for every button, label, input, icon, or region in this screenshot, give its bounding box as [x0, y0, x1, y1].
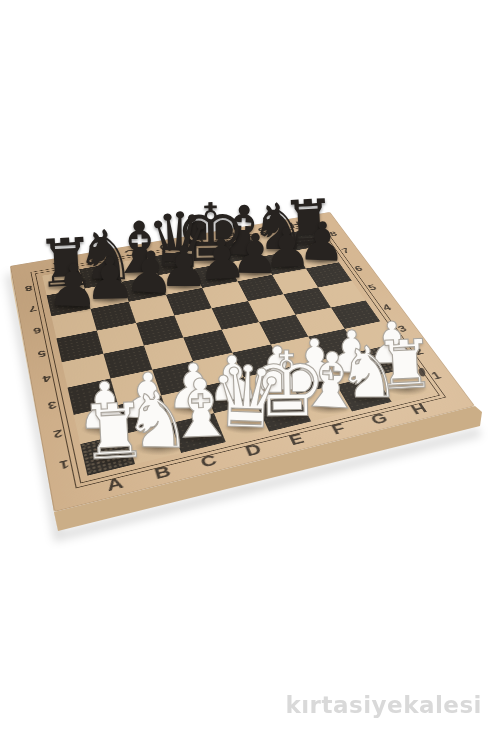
rank-label-left-7: 7: [28, 304, 37, 313]
rank-label-right-6: 6: [353, 265, 364, 273]
rank-label-right-7: 7: [341, 247, 352, 254]
rank-label-left-2: 2: [52, 427, 63, 439]
file-label-top-b: B: [88, 254, 103, 264]
file-label-bottom-a: A: [105, 474, 125, 493]
file-label-top-g: G: [256, 225, 272, 234]
watermark-text: kırtasiyekalesi: [285, 692, 482, 718]
file-label-top-f: F: [225, 231, 239, 240]
file-label-bottom-c: C: [198, 451, 219, 469]
file-label-top-e: E: [191, 237, 205, 247]
file-label-bottom-e: E: [286, 430, 306, 447]
file-label-bottom-b: B: [152, 462, 173, 481]
rank-label-right-3: 3: [396, 325, 408, 334]
file-label-bottom-d: D: [243, 440, 264, 458]
rank-label-left-8: 8: [24, 284, 33, 292]
rank-label-left-1: 1: [58, 458, 70, 471]
rank-label-right-5: 5: [367, 284, 378, 292]
file-label-bottom-f: F: [329, 420, 348, 436]
frame-smudge-mark: [418, 368, 426, 377]
rank-label-right-4: 4: [381, 304, 393, 313]
file-label-top-a: A: [52, 260, 67, 271]
rank-label-left-6: 6: [32, 326, 41, 335]
product-photo: AABBCCDDEEFFGGHH8877665544332211 ♜♞♝♛♚♝♞…: [0, 0, 490, 735]
rank-label-right-1: 1: [430, 371, 443, 381]
rank-label-left-4: 4: [42, 373, 52, 384]
file-label-bottom-g: G: [368, 410, 391, 426]
file-label-top-h: H: [287, 220, 302, 229]
file-label-top-c: C: [123, 248, 138, 258]
file-label-top-d: D: [157, 242, 172, 252]
rank-label-left-3: 3: [47, 399, 58, 410]
file-label-bottom-h: H: [408, 400, 430, 416]
rank-label-right-8: 8: [329, 231, 339, 238]
rank-label-right-2: 2: [413, 347, 426, 357]
rank-label-left-5: 5: [37, 349, 47, 359]
